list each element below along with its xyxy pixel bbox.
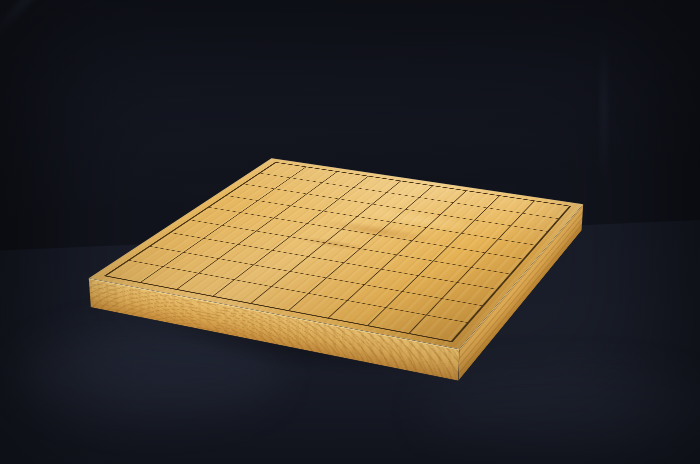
cloth-fold bbox=[0, 0, 91, 40]
grid-cell[interactable] bbox=[485, 239, 535, 259]
cloth-fold bbox=[600, 20, 608, 190]
grid-cell[interactable] bbox=[309, 278, 365, 301]
grid-cell[interactable] bbox=[381, 255, 434, 276]
grid-cell[interactable] bbox=[426, 299, 482, 323]
grid-cell[interactable] bbox=[254, 251, 308, 272]
grid-cell[interactable] bbox=[329, 301, 386, 325]
grid-cell[interactable] bbox=[163, 253, 218, 274]
grid-cell[interactable] bbox=[344, 249, 397, 270]
grid-cell[interactable] bbox=[290, 294, 347, 318]
grid-cell[interactable] bbox=[199, 259, 254, 280]
grid-cell[interactable] bbox=[442, 283, 496, 306]
scene bbox=[0, 0, 700, 464]
grid-cell[interactable] bbox=[290, 257, 344, 278]
grid-cell[interactable] bbox=[409, 315, 466, 341]
grid-cell[interactable] bbox=[419, 261, 472, 283]
grid-cell[interactable] bbox=[308, 243, 361, 263]
grid-cell[interactable] bbox=[403, 276, 457, 299]
grid-cell[interactable] bbox=[271, 272, 327, 294]
grid-cell[interactable] bbox=[178, 274, 235, 296]
grid-cell[interactable] bbox=[364, 270, 418, 292]
grid-cell[interactable] bbox=[369, 308, 426, 333]
grid-cell[interactable] bbox=[397, 241, 448, 261]
grid-cell[interactable] bbox=[184, 239, 238, 259]
grid-cell[interactable] bbox=[142, 267, 199, 289]
grid-cell[interactable] bbox=[471, 253, 522, 274]
grid-cell[interactable] bbox=[107, 261, 164, 283]
grid-cell[interactable] bbox=[273, 237, 326, 257]
grid-cell[interactable] bbox=[235, 265, 291, 287]
grid-cell[interactable] bbox=[386, 292, 442, 316]
grid-cell[interactable] bbox=[219, 245, 273, 265]
grid-cell[interactable] bbox=[214, 280, 271, 303]
grid-cell[interactable] bbox=[252, 287, 309, 310]
grid-cell[interactable] bbox=[327, 263, 381, 285]
grid-cell[interactable] bbox=[434, 247, 485, 268]
grid-cell[interactable] bbox=[129, 247, 184, 268]
grid-cell[interactable] bbox=[347, 285, 403, 308]
grid-cell[interactable] bbox=[457, 268, 510, 290]
